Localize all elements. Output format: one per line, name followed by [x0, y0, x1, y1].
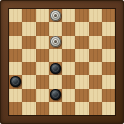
board-square-r0c6[interactable]	[89, 9, 102, 22]
black-checker-piece[interactable]	[50, 89, 61, 100]
white-checker-piece[interactable]	[50, 10, 61, 21]
board-square-r3c7[interactable]	[102, 49, 115, 62]
board-square-r5c4[interactable]	[62, 75, 75, 88]
board-square-r3c0[interactable]	[9, 49, 22, 62]
board-square-r3c1[interactable]	[22, 49, 35, 62]
board-square-r7c0[interactable]	[9, 102, 22, 115]
board-square-r7c1[interactable]	[22, 102, 35, 115]
board-square-r0c2[interactable]	[36, 9, 49, 22]
board-square-r5c0[interactable]	[9, 75, 22, 88]
board-square-r1c5[interactable]	[75, 22, 88, 35]
board-square-r2c5[interactable]	[75, 36, 88, 49]
board-square-r4c4[interactable]	[62, 62, 75, 75]
board-square-r1c7[interactable]	[102, 22, 115, 35]
board-square-r1c4[interactable]	[62, 22, 75, 35]
board-square-r2c0[interactable]	[9, 36, 22, 49]
board-square-r2c1[interactable]	[22, 36, 35, 49]
board-square-r5c1[interactable]	[22, 75, 35, 88]
board-square-r6c3[interactable]	[49, 89, 62, 102]
board-square-r1c3[interactable]	[49, 22, 62, 35]
board-square-r6c0[interactable]	[9, 89, 22, 102]
board-frame	[0, 0, 124, 124]
board-square-r1c1[interactable]	[22, 22, 35, 35]
board-square-r4c5[interactable]	[75, 62, 88, 75]
board-square-r3c5[interactable]	[75, 49, 88, 62]
board-square-r7c6[interactable]	[89, 102, 102, 115]
board-square-r5c5[interactable]	[75, 75, 88, 88]
board-square-r1c0[interactable]	[9, 22, 22, 35]
board-square-r6c4[interactable]	[62, 89, 75, 102]
black-checker-piece[interactable]	[50, 63, 61, 74]
board-square-r3c3[interactable]	[49, 49, 62, 62]
board-square-r6c5[interactable]	[75, 89, 88, 102]
board-square-r2c6[interactable]	[89, 36, 102, 49]
board-square-r2c7[interactable]	[102, 36, 115, 49]
board-square-r6c1[interactable]	[22, 89, 35, 102]
board-square-r5c2[interactable]	[36, 75, 49, 88]
board-square-r4c1[interactable]	[22, 62, 35, 75]
board-square-r0c5[interactable]	[75, 9, 88, 22]
board-square-r6c7[interactable]	[102, 89, 115, 102]
board-square-r3c6[interactable]	[89, 49, 102, 62]
board-square-r7c2[interactable]	[36, 102, 49, 115]
board-square-r0c1[interactable]	[22, 9, 35, 22]
board-square-r4c7[interactable]	[102, 62, 115, 75]
board-square-r7c3[interactable]	[49, 102, 62, 115]
black-checker-piece[interactable]	[10, 76, 21, 87]
board-square-r3c2[interactable]	[36, 49, 49, 62]
board-square-r4c0[interactable]	[9, 62, 22, 75]
board-square-r5c3[interactable]	[49, 75, 62, 88]
board-square-r5c6[interactable]	[89, 75, 102, 88]
checkers-board	[9, 9, 115, 115]
board-square-r0c7[interactable]	[102, 9, 115, 22]
board-square-r6c6[interactable]	[89, 89, 102, 102]
board-square-r1c2[interactable]	[36, 22, 49, 35]
board-square-r3c4[interactable]	[62, 49, 75, 62]
board-square-r6c2[interactable]	[36, 89, 49, 102]
board-square-r4c6[interactable]	[89, 62, 102, 75]
board-square-r7c7[interactable]	[102, 102, 115, 115]
board-square-r2c3[interactable]	[49, 36, 62, 49]
board-square-r5c7[interactable]	[102, 75, 115, 88]
board-square-r1c6[interactable]	[89, 22, 102, 35]
board-square-r0c4[interactable]	[62, 9, 75, 22]
white-checker-piece[interactable]	[50, 36, 61, 47]
board-square-r2c2[interactable]	[36, 36, 49, 49]
board-square-r2c4[interactable]	[62, 36, 75, 49]
board-square-r0c3[interactable]	[49, 9, 62, 22]
board-square-r7c4[interactable]	[62, 102, 75, 115]
board-square-r0c0[interactable]	[9, 9, 22, 22]
board-square-r4c3[interactable]	[49, 62, 62, 75]
board-square-r7c5[interactable]	[75, 102, 88, 115]
board-square-r4c2[interactable]	[36, 62, 49, 75]
